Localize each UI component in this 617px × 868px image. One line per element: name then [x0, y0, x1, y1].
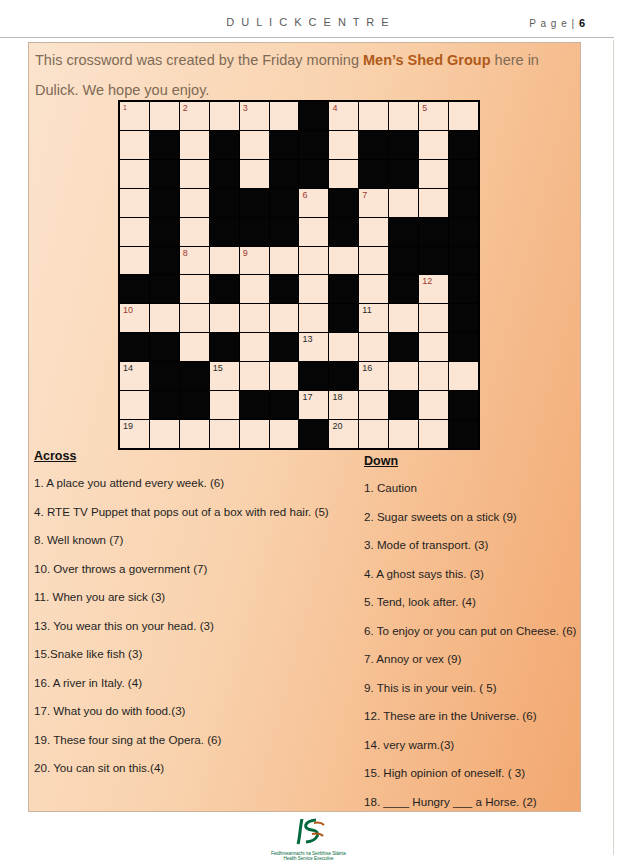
grid-cell[interactable]: 3	[240, 102, 269, 130]
down-clues-column: Down 1. Caution2. Sugar sweets on a stic…	[364, 454, 584, 824]
down-clue: 3. Mode of transport. (3)	[364, 539, 584, 551]
grid-cell[interactable]	[240, 333, 269, 361]
grid-cell[interactable]	[329, 333, 358, 361]
grid-cell-black	[329, 275, 358, 303]
grid-cell[interactable]	[210, 391, 239, 419]
grid-cell[interactable]	[150, 420, 179, 448]
grid-cell[interactable]	[180, 275, 209, 303]
grid-cell-black	[210, 160, 239, 188]
grid-cell[interactable]: 11	[359, 304, 388, 332]
grid-cell-black	[270, 131, 299, 159]
grid-cell[interactable]	[359, 218, 388, 246]
grid-cell[interactable]	[329, 160, 358, 188]
grid-cell[interactable]	[419, 391, 448, 419]
grid-cell[interactable]	[389, 304, 418, 332]
grid-cell[interactable]	[329, 131, 358, 159]
grid-cell[interactable]	[359, 420, 388, 448]
across-clue: 19. These four sing at the Opera. (6)	[34, 734, 354, 746]
grid-cell-black	[389, 391, 418, 419]
clue-number: 20	[332, 421, 342, 431]
header-divider	[0, 37, 614, 38]
grid-cell-black	[449, 131, 478, 159]
clue-number: 16	[362, 363, 372, 373]
grid-cell[interactable]	[359, 333, 388, 361]
grid-cell[interactable]	[270, 247, 299, 275]
grid-cell-black	[120, 333, 149, 361]
grid-cell-black	[449, 160, 478, 188]
down-clue-list: 1. Caution2. Sugar sweets on a stick (9)…	[364, 482, 584, 808]
clue-number: 7	[362, 190, 367, 200]
grid-cell-black	[389, 218, 418, 246]
down-clue: 18. ____ Hungry ___ a Horse. (2)	[364, 796, 584, 808]
grid-cell[interactable]	[419, 189, 448, 217]
grid-cell-black	[329, 189, 358, 217]
clue-number: 13	[302, 334, 312, 344]
grid-cell[interactable]	[270, 362, 299, 390]
grid-cell[interactable]	[150, 102, 179, 130]
grid-cell-black	[419, 218, 448, 246]
across-clue: 10. Over throws a government (7)	[34, 563, 354, 575]
down-title: Down	[364, 454, 584, 468]
across-clue: 11. When you are sick (3)	[34, 591, 354, 603]
page-number-value: 6	[579, 17, 585, 29]
grid-cell[interactable]	[240, 362, 269, 390]
page-number-label: P a g e |	[529, 18, 575, 29]
grid-cell[interactable]: 7	[359, 189, 388, 217]
grid-cell-black	[240, 189, 269, 217]
grid-cell-black	[299, 420, 328, 448]
down-clue: 12. These are in the Universe. (6)	[364, 710, 584, 722]
grid-cell[interactable]: 1	[120, 102, 149, 130]
across-clue: 16. A river in Italy. (4)	[34, 677, 354, 689]
grid-cell[interactable]	[240, 160, 269, 188]
clue-number: 2	[183, 103, 188, 113]
page-footer: Feidhmeannacht na Seirbhíse Sláinte Heal…	[0, 814, 617, 868]
grid-cell-black	[270, 160, 299, 188]
crossword-panel: This crossword was created by the Friday…	[28, 42, 581, 812]
grid-cell[interactable]: 13	[299, 333, 328, 361]
across-clue: 8. Well known (7)	[34, 534, 354, 546]
grid-cell[interactable]	[270, 420, 299, 448]
grid-cell[interactable]	[240, 275, 269, 303]
across-clue: 13. You wear this on your head. (3)	[34, 620, 354, 632]
across-clue: 4. RTE TV Puppet that pops out of a box …	[34, 506, 354, 518]
grid-cell[interactable]	[210, 304, 239, 332]
across-clue: 20. You can sit on this.(4)	[34, 762, 354, 774]
down-clue: 5. Tend, look after. (4)	[364, 596, 584, 608]
grid-cell[interactable]	[389, 102, 418, 130]
grid-cell-black	[299, 131, 328, 159]
grid-cell-black	[270, 275, 299, 303]
grid-cell[interactable]: 5	[419, 102, 448, 130]
grid-cell[interactable]	[419, 131, 448, 159]
grid-cell[interactable]	[240, 131, 269, 159]
clue-number: 5	[422, 103, 427, 113]
clue-number: 10	[123, 305, 133, 315]
grid-cell-black	[299, 102, 328, 130]
grid-cell-black	[270, 333, 299, 361]
grid-cell-black	[389, 160, 418, 188]
grid-cell[interactable]	[299, 247, 328, 275]
grid-cell[interactable]: 14	[120, 362, 149, 390]
down-clue: 1. Caution	[364, 482, 584, 494]
grid-cell[interactable]	[240, 420, 269, 448]
grid-cell-black	[180, 391, 209, 419]
down-clue: 2. Sugar sweets on a stick (9)	[364, 511, 584, 523]
grid-cell-black	[270, 391, 299, 419]
grid-cell-black	[449, 304, 478, 332]
grid-cell-black	[150, 160, 179, 188]
grid-cell[interactable]	[240, 304, 269, 332]
grid-cell-black	[299, 362, 328, 390]
grid-cell[interactable]: 2	[180, 102, 209, 130]
grid-cell-black	[210, 189, 239, 217]
grid-cell[interactable]	[150, 304, 179, 332]
grid-cell[interactable]	[359, 391, 388, 419]
intro-text: This crossword was created by the Friday…	[35, 45, 575, 105]
grid-cell-black	[449, 391, 478, 419]
across-title: Across	[34, 449, 354, 463]
grid-cell[interactable]: 19	[120, 420, 149, 448]
grid-cell-black	[449, 333, 478, 361]
grid-cell[interactable]	[120, 131, 149, 159]
clue-number: 1	[123, 103, 127, 113]
grid-cell[interactable]	[120, 189, 149, 217]
grid-cell[interactable]	[419, 160, 448, 188]
grid-cell[interactable]	[180, 131, 209, 159]
grid-cell[interactable]	[419, 333, 448, 361]
grid-cell-black	[359, 131, 388, 159]
clue-number: 19	[123, 421, 133, 431]
grid-cell[interactable]	[299, 304, 328, 332]
grid-cell[interactable]	[449, 102, 478, 130]
down-clue: 6. To enjoy or you can put on Cheese. (6…	[364, 625, 584, 637]
grid-cell[interactable]	[359, 247, 388, 275]
down-clue: 4. A ghost says this. (3)	[364, 568, 584, 580]
grid-cell-black	[150, 247, 179, 275]
grid-cell-black	[389, 275, 418, 303]
grid-cell[interactable]	[180, 333, 209, 361]
grid-cell-black	[270, 189, 299, 217]
grid-cell-black	[150, 333, 179, 361]
grid-cell-black	[270, 218, 299, 246]
clue-number: 8	[183, 248, 188, 258]
grid-cell[interactable]: 18	[329, 391, 358, 419]
grid-cell-black	[150, 391, 179, 419]
clue-number: 18	[332, 392, 342, 402]
grid-cell[interactable]: 20	[329, 420, 358, 448]
grid-cell[interactable]	[299, 275, 328, 303]
grid-cell[interactable]	[270, 102, 299, 130]
grid-cell-black	[389, 247, 418, 275]
grid-cell[interactable]	[449, 362, 478, 390]
across-clues-column: Across 1. A place you attend every week.…	[34, 449, 354, 791]
grid-cell[interactable]	[299, 218, 328, 246]
page-edge-line	[613, 40, 614, 855]
grid-cell[interactable]	[180, 420, 209, 448]
hse-logo	[288, 817, 330, 851]
grid-cell[interactable]	[419, 362, 448, 390]
clue-number: 15	[213, 363, 223, 373]
clue-number: 11	[362, 305, 371, 315]
grid-cell-black	[150, 189, 179, 217]
grid-cell-black	[449, 247, 478, 275]
across-clue: 15.Snake like fish (3)	[34, 648, 354, 660]
grid-cell-black	[419, 247, 448, 275]
down-clue: 7. Annoy or vex (9)	[364, 653, 584, 665]
grid-cell[interactable]	[210, 247, 239, 275]
across-clue: 17. What you do with food.(3)	[34, 705, 354, 717]
grid-cell-black	[240, 218, 269, 246]
grid-cell[interactable]: 6	[299, 189, 328, 217]
grid-cell[interactable]	[389, 420, 418, 448]
grid-cell-black	[329, 362, 358, 390]
down-clue: 14. very warm.(3)	[364, 739, 584, 751]
grid-cell[interactable]	[120, 391, 149, 419]
grid-cell[interactable]	[270, 304, 299, 332]
grid-cell-black	[210, 218, 239, 246]
clue-number: 9	[243, 248, 248, 258]
grid-cell-black	[449, 189, 478, 217]
clue-number: 12	[422, 276, 432, 286]
grid-cell-black	[449, 275, 478, 303]
down-clue: 9. This is in your vein. ( 5)	[364, 682, 584, 694]
grid-cell-black	[210, 275, 239, 303]
grid-cell[interactable]	[120, 160, 149, 188]
grid-cell-black	[449, 218, 478, 246]
clue-number: 17	[302, 392, 312, 402]
page-number: P a g e | 6	[529, 17, 585, 29]
grid-cell[interactable]: 8	[180, 247, 209, 275]
grid-cell-black	[210, 131, 239, 159]
grid-cell-black	[389, 131, 418, 159]
grid-cell[interactable]	[120, 247, 149, 275]
grid-cell[interactable]	[329, 247, 358, 275]
grid-cell-black	[150, 362, 179, 390]
grid-cell[interactable]: 15	[210, 362, 239, 390]
crossword-grid: 1234567891210111314151617181920	[118, 100, 480, 450]
clue-number: 3	[243, 103, 248, 113]
grid-cell-black	[389, 333, 418, 361]
grid-cell[interactable]: 16	[359, 362, 388, 390]
grid-cell[interactable]	[359, 102, 388, 130]
grid-cell-black	[329, 218, 358, 246]
hse-logo-text-line2: Health Service Executive	[0, 856, 617, 861]
across-clue-list: 1. A place you attend every week. (6)4. …	[34, 477, 354, 774]
clue-number: 4	[332, 103, 337, 113]
grid-cell[interactable]	[389, 189, 418, 217]
clue-number: 6	[302, 190, 307, 200]
grid-cell-black	[150, 275, 179, 303]
grid-cell[interactable]	[120, 218, 149, 246]
grid-cell-black	[150, 218, 179, 246]
grid-cell[interactable]: 17	[299, 391, 328, 419]
grid-cell[interactable]	[210, 102, 239, 130]
grid-cell-black	[150, 131, 179, 159]
page-header: D U L I C K C E N T R E P a g e | 6	[0, 0, 617, 37]
grid-cell[interactable]	[180, 218, 209, 246]
grid-cell[interactable]	[180, 160, 209, 188]
intro-pre: This crossword was created by the Friday…	[35, 52, 363, 68]
grid-cell[interactable]: 9	[240, 247, 269, 275]
across-clue: 1. A place you attend every week. (6)	[34, 477, 354, 489]
grid-cell[interactable]	[419, 304, 448, 332]
grid-cell-black	[329, 304, 358, 332]
grid-cell[interactable]	[180, 304, 209, 332]
grid-cell[interactable]	[389, 362, 418, 390]
grid-cell-black	[240, 391, 269, 419]
grid-cell[interactable]	[210, 420, 239, 448]
grid-cell-black	[449, 420, 478, 448]
grid-cell-black	[359, 160, 388, 188]
grid-cell[interactable]: 4	[329, 102, 358, 130]
grid-cell-black	[299, 160, 328, 188]
grid-cell-black	[180, 362, 209, 390]
grid-cell[interactable]	[419, 420, 448, 448]
page-title: D U L I C K C E N T R E	[0, 16, 617, 28]
grid-cell[interactable]	[180, 189, 209, 217]
grid-cell[interactable]: 12	[419, 275, 448, 303]
grid-cell-black	[120, 275, 149, 303]
down-clue: 15. High opinion of oneself. ( 3)	[364, 767, 584, 779]
clue-number: 14	[123, 363, 133, 373]
grid-cell-black	[210, 333, 239, 361]
grid-cell[interactable]: 10	[120, 304, 149, 332]
grid-cell[interactable]	[359, 275, 388, 303]
intro-bold: Men’s Shed Group	[363, 52, 491, 68]
